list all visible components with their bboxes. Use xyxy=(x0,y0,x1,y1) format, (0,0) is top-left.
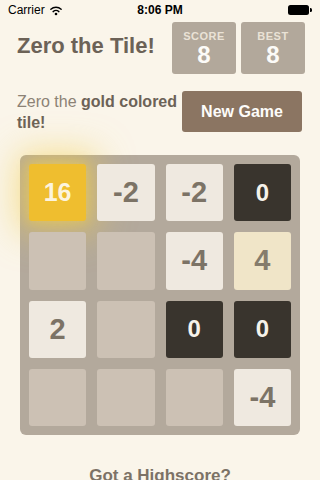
score-box: SCORE 8 xyxy=(172,22,236,74)
score-label: SCORE xyxy=(183,30,225,42)
board[interactable]: 16-2-20-44200-4 xyxy=(20,155,300,435)
tile--2: -2 xyxy=(166,164,223,221)
tile-2: 2 xyxy=(29,301,86,358)
goal-text-regular: Zero the xyxy=(17,93,81,110)
tile-0: 0 xyxy=(234,164,291,221)
page-title: Zero the Tile! xyxy=(17,33,155,59)
app-screen: Carrier 8:06 PM Zero the Tile! SCORE 8 B… xyxy=(0,0,320,480)
tile-16: 16 xyxy=(29,164,86,221)
goal-text: Zero the gold colored tile! xyxy=(17,91,183,133)
tile--4: -4 xyxy=(166,232,223,289)
goal-text-highlight: gold colored xyxy=(81,93,177,110)
tile--2: -2 xyxy=(97,164,154,221)
best-value: 8 xyxy=(266,43,279,67)
tile--4: -4 xyxy=(234,369,291,426)
empty-cell xyxy=(97,232,154,289)
empty-cell xyxy=(166,369,223,426)
score-value: 8 xyxy=(197,43,210,67)
empty-cell xyxy=(29,232,86,289)
score-panel: SCORE 8 BEST 8 xyxy=(172,22,305,74)
status-bar: Carrier 8:06 PM xyxy=(0,0,320,20)
battery-icon xyxy=(288,5,312,15)
new-game-button[interactable]: New Game xyxy=(182,91,302,132)
goal-text-tail: tile! xyxy=(17,114,45,131)
best-box: BEST 8 xyxy=(241,22,305,74)
clock: 8:06 PM xyxy=(0,3,320,17)
empty-cell xyxy=(29,369,86,426)
tile-0: 0 xyxy=(166,301,223,358)
best-label: BEST xyxy=(257,30,288,42)
tile-0: 0 xyxy=(234,301,291,358)
tile-4: 4 xyxy=(234,232,291,289)
empty-cell xyxy=(97,369,154,426)
highscore-link[interactable]: Got a Highscore? xyxy=(0,466,320,480)
empty-cell xyxy=(97,301,154,358)
